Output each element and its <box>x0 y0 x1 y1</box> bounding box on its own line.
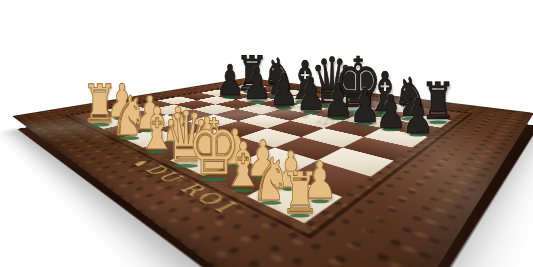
piece-black-pawn-c7[interactable]: ♟ <box>269 68 299 112</box>
piece-black-pawn-b7[interactable]: ♟ <box>242 63 272 107</box>
piece-black-pawn-d7[interactable]: ♟ <box>296 73 327 118</box>
chess-set-photo: ♞DU ROI ♜♜♞♞♝♝♛♛♚♚♝♝♞♞♜♜♟♟♟♟♟♟♟♟♟♟♟♟♟♟♟♟… <box>0 0 533 267</box>
piece-black-pawn-h7[interactable]: ♟ <box>402 93 434 141</box>
piece-white-rook-h1[interactable]: ♜ <box>280 164 319 222</box>
piece-black-pawn-a7[interactable]: ♟ <box>216 58 245 101</box>
